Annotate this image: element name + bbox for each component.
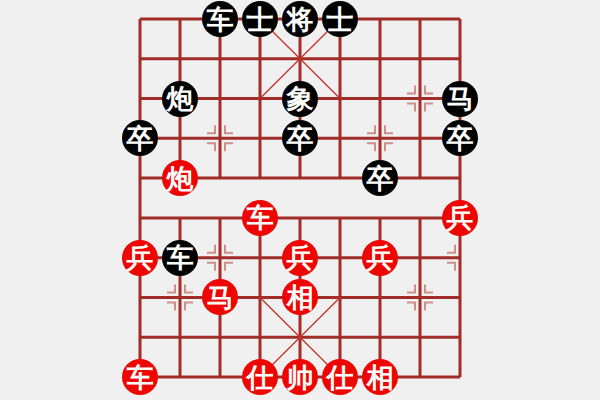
piece-black-cannon[interactable]: 炮 [162,81,198,117]
piece-red-soldier[interactable]: 兵 [282,240,318,276]
pieces-layer: 车士将士炮象马卒卒卒炮卒车兵兵车兵兵马相车仕帅仕相 [0,0,600,400]
piece-red-soldier[interactable]: 兵 [122,240,158,276]
piece-black-general[interactable]: 将 [282,1,318,37]
piece-red-chariot[interactable]: 车 [242,200,278,236]
piece-black-chariot[interactable]: 车 [162,240,198,276]
piece-black-advisor[interactable]: 士 [242,1,278,37]
piece-red-elephant[interactable]: 相 [282,279,318,315]
piece-black-elephant[interactable]: 象 [282,81,318,117]
piece-black-soldier[interactable]: 卒 [282,120,318,156]
piece-black-soldier[interactable]: 卒 [442,120,478,156]
piece-red-horse[interactable]: 马 [202,279,238,315]
piece-red-advisor[interactable]: 仕 [322,359,358,395]
piece-red-soldier[interactable]: 兵 [442,200,478,236]
piece-black-soldier[interactable]: 卒 [122,120,158,156]
piece-black-soldier[interactable]: 卒 [362,160,398,196]
piece-red-elephant[interactable]: 相 [362,359,398,395]
piece-red-advisor[interactable]: 仕 [242,359,278,395]
piece-red-chariot[interactable]: 车 [122,359,158,395]
piece-black-chariot[interactable]: 车 [202,1,238,37]
piece-black-advisor[interactable]: 士 [322,1,358,37]
piece-red-soldier[interactable]: 兵 [362,240,398,276]
piece-red-general[interactable]: 帅 [282,359,318,395]
xiangqi-board: 车士将士炮象马卒卒卒炮卒车兵兵车兵兵马相车仕帅仕相 [0,0,600,400]
piece-black-horse[interactable]: 马 [442,81,478,117]
piece-red-cannon[interactable]: 炮 [162,160,198,196]
